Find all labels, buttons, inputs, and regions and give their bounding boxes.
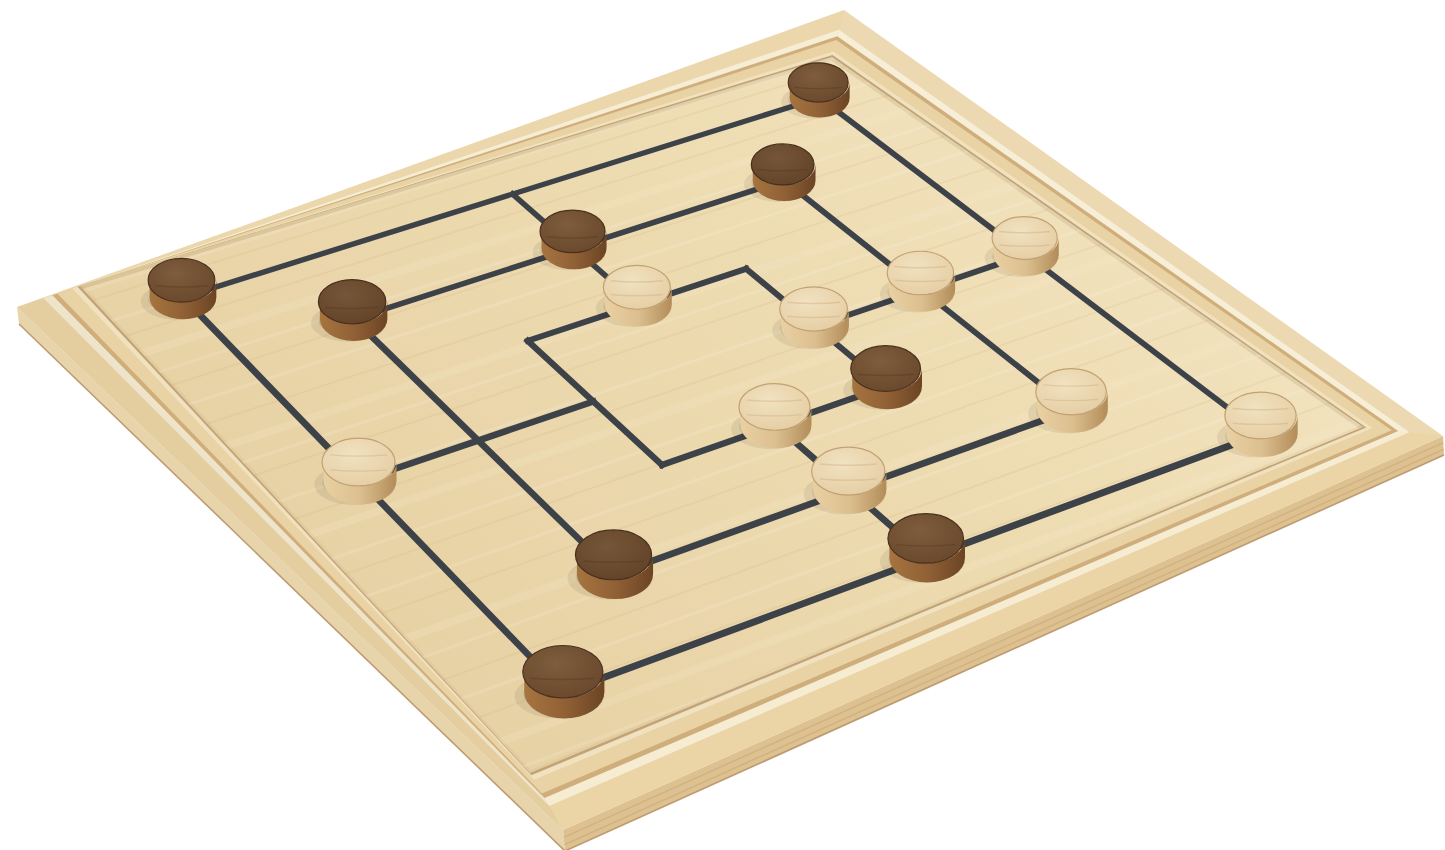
piece-tone (318, 280, 385, 324)
piece-tone (751, 144, 814, 185)
piece-top-face (788, 63, 848, 102)
piece-top-face (322, 438, 395, 486)
piece-tone (575, 530, 651, 580)
piece-top-face (1225, 392, 1296, 439)
piece-top-face (523, 646, 603, 698)
piece-top-face (887, 251, 953, 295)
piece-top-face (603, 265, 670, 309)
piece-top-face (1036, 369, 1107, 415)
morris-board-svg (0, 0, 1445, 850)
piece-top-face (780, 287, 848, 331)
piece-top-face (888, 514, 964, 563)
piece-top-face (812, 447, 885, 495)
product-photo (0, 0, 1445, 850)
piece-top-face (992, 217, 1057, 260)
piece-top-face (148, 258, 215, 302)
piece-top-face (739, 384, 810, 431)
piece-top-face (851, 346, 921, 392)
piece-top-face (540, 210, 605, 253)
